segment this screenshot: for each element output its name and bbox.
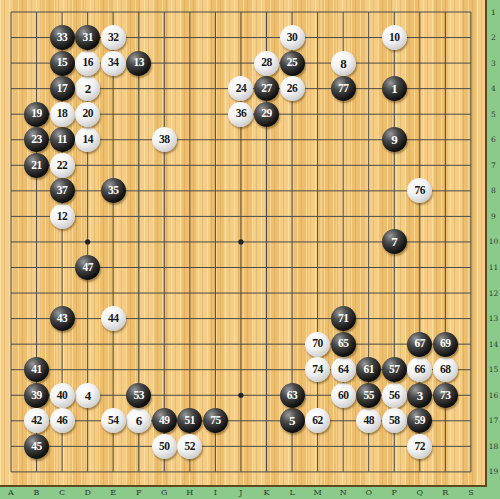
stone-47-black-D11: 47	[75, 255, 100, 280]
stone-16-white-D3: 16	[75, 51, 100, 76]
stone-move-number: 10	[389, 31, 400, 43]
stone-move-number: 58	[389, 415, 400, 427]
row-label-19: 19	[487, 467, 500, 476]
stone-12-white-C9: 12	[50, 204, 75, 229]
stone-move-number: 72	[415, 440, 426, 452]
stone-67-black-Q14: 67	[407, 332, 432, 357]
stone-move-number: 46	[57, 415, 68, 427]
row-label-17: 17	[487, 416, 500, 425]
column-label-M: M	[308, 487, 328, 499]
stone-68-white-R15: 68	[433, 357, 458, 382]
stone-54-white-E17: 54	[101, 408, 126, 433]
stone-36-white-J5: 36	[228, 102, 253, 127]
column-label-B: B	[27, 487, 47, 499]
stone-move-number: 64	[338, 363, 349, 375]
stone-move-number: 60	[338, 389, 349, 401]
stone-17-black-C4: 17	[50, 76, 75, 101]
stone-move-number: 41	[31, 363, 42, 375]
stone-move-number: 5	[289, 414, 295, 427]
column-label-P: P	[384, 487, 404, 499]
stone-move-number: 52	[185, 440, 196, 452]
stone-1-black-P4: 1	[382, 76, 407, 101]
row-label-9: 9	[487, 212, 500, 221]
stone-move-number: 9	[391, 133, 397, 146]
stone-8-white-N3: 8	[331, 51, 356, 76]
stone-move-number: 65	[338, 338, 349, 350]
row-label-4: 4	[487, 84, 500, 93]
star-point	[238, 393, 243, 398]
row-label-14: 14	[487, 340, 500, 349]
column-label-I: I	[205, 487, 225, 499]
row-label-5: 5	[487, 110, 500, 119]
stone-70-white-M14: 70	[305, 332, 330, 357]
stone-27-black-K4: 27	[254, 76, 279, 101]
column-label-K: K	[257, 487, 277, 499]
stone-10-white-P2: 10	[382, 25, 407, 50]
stone-move-number: 13	[134, 57, 145, 69]
stone-move-number: 51	[185, 415, 196, 427]
stone-move-number: 55	[363, 389, 374, 401]
star-point	[238, 239, 243, 244]
column-label-Q: Q	[410, 487, 430, 499]
row-label-15: 15	[487, 365, 500, 374]
row-label-10: 10	[487, 237, 500, 246]
stone-move-number: 12	[57, 210, 68, 222]
stone-18-white-C5: 18	[50, 102, 75, 127]
go-game-screenshot: ABCDEFGHIJKLMNOPQRS 12345678910111213141…	[0, 0, 500, 499]
row-label-6: 6	[487, 135, 500, 144]
row-label-8: 8	[487, 186, 500, 195]
stone-move-number: 26	[287, 82, 298, 94]
stone-move-number: 40	[57, 389, 68, 401]
stone-40-white-C16: 40	[50, 383, 75, 408]
stone-58-white-P17: 58	[382, 408, 407, 433]
stone-65-black-N14: 65	[331, 332, 356, 357]
column-label-F: F	[129, 487, 149, 499]
column-label-G: G	[154, 487, 174, 499]
stone-move-number: 11	[57, 134, 67, 146]
row-label-11: 11	[487, 263, 500, 272]
column-label-E: E	[103, 487, 123, 499]
stone-4-white-D16: 4	[75, 383, 100, 408]
stone-move-number: 49	[159, 415, 170, 427]
stone-move-number: 71	[338, 312, 349, 324]
stone-move-number: 44	[108, 312, 119, 324]
stone-34-white-E3: 34	[101, 51, 126, 76]
stone-move-number: 20	[82, 108, 93, 120]
stone-21-black-B7: 21	[24, 153, 49, 178]
stone-move-number: 8	[340, 56, 346, 69]
stone-move-number: 47	[82, 261, 93, 273]
stone-move-number: 6	[136, 414, 142, 427]
stone-move-number: 2	[85, 82, 91, 95]
stone-move-number: 73	[440, 389, 451, 401]
stone-move-number: 18	[57, 108, 68, 120]
stone-move-number: 56	[389, 389, 400, 401]
stone-30-white-L2: 30	[280, 25, 305, 50]
stone-move-number: 21	[31, 159, 42, 171]
star-point	[85, 239, 90, 244]
stone-77-black-N4: 77	[331, 76, 356, 101]
column-label-O: O	[359, 487, 379, 499]
stone-move-number: 77	[338, 82, 349, 94]
stone-move-number: 35	[108, 185, 119, 197]
row-label-16: 16	[487, 391, 500, 400]
row-label-13: 13	[487, 314, 500, 323]
stone-39-black-B16: 39	[24, 383, 49, 408]
stone-71-black-N13: 71	[331, 306, 356, 331]
stone-move-number: 28	[261, 57, 272, 69]
stone-move-number: 37	[57, 185, 68, 197]
stone-move-number: 57	[389, 363, 400, 375]
stone-move-number: 67	[415, 338, 426, 350]
column-label-C: C	[52, 487, 72, 499]
stone-20-white-D5: 20	[75, 102, 100, 127]
column-label-H: H	[180, 487, 200, 499]
stone-19-black-B5: 19	[24, 102, 49, 127]
stone-move-number: 15	[57, 57, 68, 69]
stone-move-number: 3	[417, 388, 423, 401]
column-label-S: S	[461, 487, 481, 499]
stone-move-number: 31	[82, 31, 93, 43]
stone-move-number: 22	[57, 159, 68, 171]
stone-move-number: 24	[236, 82, 247, 94]
stone-57-black-P15: 57	[382, 357, 407, 382]
stone-move-number: 54	[108, 415, 119, 427]
stone-move-number: 4	[85, 388, 91, 401]
stone-64-white-N15: 64	[331, 357, 356, 382]
stone-move-number: 69	[440, 338, 451, 350]
stone-move-number: 19	[31, 108, 42, 120]
stone-28-white-K3: 28	[254, 51, 279, 76]
stone-move-number: 70	[312, 338, 323, 350]
stone-43-black-C13: 43	[50, 306, 75, 331]
stone-25-black-L3: 25	[280, 51, 305, 76]
stone-move-number: 68	[440, 363, 451, 375]
stone-move-number: 29	[261, 108, 272, 120]
stone-move-number: 61	[363, 363, 374, 375]
stone-move-number: 53	[134, 389, 145, 401]
stone-move-number: 16	[82, 57, 93, 69]
stone-50-white-G18: 50	[152, 434, 177, 459]
column-label-J: J	[231, 487, 251, 499]
row-label-2: 2	[487, 33, 500, 42]
stone-26-white-L4: 26	[280, 76, 305, 101]
stone-5-black-L17: 5	[280, 408, 305, 433]
stone-move-number: 32	[108, 31, 119, 43]
column-label-D: D	[78, 487, 98, 499]
stone-move-number: 23	[31, 134, 42, 146]
stone-move-number: 38	[159, 134, 170, 146]
stone-45-black-B18: 45	[24, 434, 49, 459]
stone-move-number: 75	[210, 415, 221, 427]
row-label-3: 3	[487, 59, 500, 68]
stone-move-number: 43	[57, 312, 68, 324]
stone-29-black-K5: 29	[254, 102, 279, 127]
stone-46-white-C17: 46	[50, 408, 75, 433]
stone-move-number: 33	[57, 31, 68, 43]
column-label-R: R	[435, 487, 455, 499]
stone-60-white-N16: 60	[331, 383, 356, 408]
stone-69-black-R14: 69	[433, 332, 458, 357]
stone-move-number: 27	[261, 82, 272, 94]
stone-53-black-F16: 53	[126, 383, 151, 408]
stone-38-white-G6: 38	[152, 127, 177, 152]
stone-move-number: 66	[415, 363, 426, 375]
stone-72-white-Q18: 72	[407, 434, 432, 459]
stone-33-black-C2: 33	[50, 25, 75, 50]
column-label-L: L	[282, 487, 302, 499]
stone-49-black-G17: 49	[152, 408, 177, 433]
stone-move-number: 1	[391, 82, 397, 95]
stone-73-black-R16: 73	[433, 383, 458, 408]
stone-move-number: 36	[236, 108, 247, 120]
stone-13-black-F3: 13	[126, 51, 151, 76]
stone-move-number: 42	[31, 415, 42, 427]
stone-22-white-C7: 22	[50, 153, 75, 178]
stone-move-number: 30	[287, 31, 298, 43]
row-label-1: 1	[487, 8, 500, 17]
stone-move-number: 17	[57, 82, 68, 94]
stone-move-number: 48	[363, 415, 374, 427]
stone-move-number: 74	[312, 363, 323, 375]
stone-move-number: 59	[415, 415, 426, 427]
column-label-N: N	[333, 487, 353, 499]
stone-move-number: 34	[108, 57, 119, 69]
stone-11-black-C6: 11	[50, 127, 75, 152]
stone-move-number: 63	[287, 389, 298, 401]
stone-55-black-O16: 55	[356, 383, 381, 408]
stone-37-black-C8: 37	[50, 178, 75, 203]
stone-63-black-L16: 63	[280, 383, 305, 408]
stone-3-black-Q16: 3	[407, 383, 432, 408]
stone-move-number: 62	[312, 415, 323, 427]
stone-44-white-E13: 44	[101, 306, 126, 331]
row-label-7: 7	[487, 161, 500, 170]
stone-9-black-P6: 9	[382, 127, 407, 152]
stone-move-number: 76	[415, 185, 426, 197]
stone-move-number: 39	[31, 389, 42, 401]
stone-move-number: 14	[82, 134, 93, 146]
stone-move-number: 45	[31, 440, 42, 452]
row-label-18: 18	[487, 442, 500, 451]
column-label-A: A	[1, 487, 21, 499]
row-label-12: 12	[487, 289, 500, 298]
stone-move-number: 25	[287, 57, 298, 69]
stone-32-white-E2: 32	[101, 25, 126, 50]
stone-move-number: 7	[391, 235, 397, 248]
stone-move-number: 50	[159, 440, 170, 452]
stone-35-black-E8: 35	[101, 178, 126, 203]
stone-15-black-C3: 15	[50, 51, 75, 76]
stone-56-white-P16: 56	[382, 383, 407, 408]
